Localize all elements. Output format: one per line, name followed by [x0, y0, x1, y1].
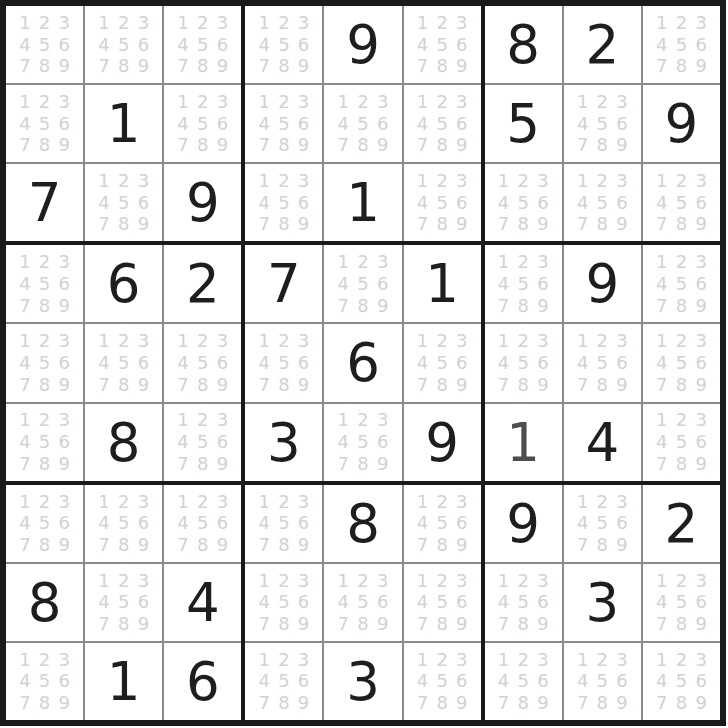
- pencil-mark-5: 5: [597, 115, 608, 133]
- pencil-mark-3: 3: [298, 651, 309, 669]
- pencil-mark-3: 3: [377, 411, 388, 429]
- sudoku-box-4: 1234567896212345678912345678912345678912…: [6, 245, 241, 480]
- pencil-mark-9: 9: [537, 215, 548, 233]
- pencil-mark-4: 4: [656, 36, 667, 54]
- pencil-mark-2: 2: [118, 332, 129, 350]
- pencil-mark-4: 4: [417, 672, 428, 690]
- pencil-mark-1: 1: [258, 93, 269, 111]
- pencil-marks: 123456789: [164, 85, 241, 162]
- given-digit: 5: [506, 97, 540, 150]
- pencil-mark-8: 8: [118, 57, 129, 75]
- cell-r9c6[interactable]: 123456789: [404, 643, 481, 720]
- cell-r4c6[interactable]: 1: [404, 245, 481, 322]
- pencil-mark-7: 7: [417, 215, 428, 233]
- pencil-mark-4: 4: [258, 593, 269, 611]
- pencil-mark-6: 6: [59, 433, 70, 451]
- cell-r9c8[interactable]: 123456789: [564, 643, 641, 720]
- cell-r9c9[interactable]: 123456789: [643, 643, 720, 720]
- pencil-mark-3: 3: [59, 493, 70, 511]
- pencil-mark-7: 7: [656, 215, 667, 233]
- pencil-mark-3: 3: [298, 332, 309, 350]
- pencil-mark-6: 6: [138, 36, 149, 54]
- pencil-marks: 123456789: [564, 643, 641, 720]
- cell-r1c6[interactable]: 123456789: [404, 6, 481, 83]
- cell-r6c7[interactable]: 1: [485, 404, 562, 481]
- pencil-mark-1: 1: [417, 651, 428, 669]
- pencil-mark-1: 1: [258, 493, 269, 511]
- pencil-mark-9: 9: [456, 136, 467, 154]
- pencil-mark-9: 9: [138, 215, 149, 233]
- cell-r3c1[interactable]: 7: [6, 164, 83, 241]
- pencil-mark-9: 9: [217, 57, 228, 75]
- cell-r3c7[interactable]: 123456789: [485, 164, 562, 241]
- cell-r1c5[interactable]: 9: [324, 6, 401, 83]
- pencil-mark-8: 8: [676, 615, 687, 633]
- cell-r1c9[interactable]: 123456789: [643, 6, 720, 83]
- cell-r8c7[interactable]: 123456789: [485, 564, 562, 641]
- pencil-mark-8: 8: [278, 615, 289, 633]
- pencil-marks: 123456789: [564, 485, 641, 562]
- pencil-mark-2: 2: [436, 651, 447, 669]
- pencil-mark-8: 8: [118, 215, 129, 233]
- pencil-mark-4: 4: [258, 36, 269, 54]
- pencil-mark-7: 7: [417, 694, 428, 712]
- pencil-mark-4: 4: [258, 514, 269, 532]
- pencil-mark-3: 3: [138, 14, 149, 32]
- pencil-mark-4: 4: [177, 514, 188, 532]
- pencil-mark-3: 3: [456, 14, 467, 32]
- pencil-mark-2: 2: [517, 332, 528, 350]
- cell-r3c3[interactable]: 9: [164, 164, 241, 241]
- cell-r5c1[interactable]: 123456789: [6, 324, 83, 401]
- pencil-mark-8: 8: [118, 536, 129, 554]
- pencil-mark-6: 6: [537, 275, 548, 293]
- pencil-mark-3: 3: [537, 572, 548, 590]
- cell-r2c6[interactable]: 123456789: [404, 85, 481, 162]
- pencil-mark-2: 2: [118, 493, 129, 511]
- pencil-mark-9: 9: [616, 694, 627, 712]
- pencil-mark-5: 5: [39, 115, 50, 133]
- pencil-mark-5: 5: [39, 514, 50, 532]
- pencil-mark-4: 4: [498, 672, 509, 690]
- sudoku-box-8: 1234567898123456789123456789123456789123…: [245, 485, 480, 720]
- cell-r6c4[interactable]: 3: [245, 404, 322, 481]
- pencil-mark-2: 2: [197, 332, 208, 350]
- pencil-mark-9: 9: [217, 536, 228, 554]
- pencil-mark-1: 1: [19, 651, 30, 669]
- pencil-mark-9: 9: [138, 615, 149, 633]
- pencil-marks: 123456789: [245, 85, 322, 162]
- given-digit: 6: [107, 257, 141, 310]
- cell-r8c9[interactable]: 123456789: [643, 564, 720, 641]
- pencil-mark-8: 8: [517, 694, 528, 712]
- pencil-mark-7: 7: [577, 536, 588, 554]
- pencil-mark-1: 1: [98, 493, 109, 511]
- pencil-mark-7: 7: [177, 376, 188, 394]
- cell-r9c3[interactable]: 6: [164, 643, 241, 720]
- pencil-mark-3: 3: [537, 172, 548, 190]
- pencil-mark-1: 1: [417, 493, 428, 511]
- pencil-mark-4: 4: [177, 36, 188, 54]
- pencil-mark-8: 8: [278, 694, 289, 712]
- cell-r2c7[interactable]: 5: [485, 85, 562, 162]
- pencil-mark-2: 2: [676, 253, 687, 271]
- pencil-marks: 123456789: [564, 85, 641, 162]
- cell-r9c7[interactable]: 123456789: [485, 643, 562, 720]
- pencil-marks: 123456789: [324, 564, 401, 641]
- pencil-mark-5: 5: [278, 672, 289, 690]
- sudoku-box-3: 8212345678951234567899123456789123456789…: [485, 6, 720, 241]
- pencil-mark-5: 5: [39, 36, 50, 54]
- pencil-marks: 123456789: [485, 164, 562, 241]
- pencil-mark-4: 4: [577, 194, 588, 212]
- cell-r8c4[interactable]: 123456789: [245, 564, 322, 641]
- cell-r6c2[interactable]: 8: [85, 404, 162, 481]
- pencil-mark-1: 1: [258, 172, 269, 190]
- pencil-mark-4: 4: [19, 354, 30, 372]
- pencil-mark-7: 7: [577, 694, 588, 712]
- pencil-mark-7: 7: [258, 57, 269, 75]
- pencil-mark-8: 8: [676, 57, 687, 75]
- pencil-marks: 123456789: [643, 6, 720, 83]
- pencil-marks: 123456789: [564, 164, 641, 241]
- pencil-mark-9: 9: [537, 615, 548, 633]
- cell-r5c9[interactable]: 123456789: [643, 324, 720, 401]
- pencil-mark-8: 8: [436, 215, 447, 233]
- pencil-mark-3: 3: [537, 332, 548, 350]
- given-digit: 8: [107, 416, 141, 469]
- pencil-mark-8: 8: [517, 615, 528, 633]
- pencil-mark-5: 5: [676, 36, 687, 54]
- cell-r2c3[interactable]: 123456789: [164, 85, 241, 162]
- pencil-mark-1: 1: [417, 172, 428, 190]
- pencil-mark-3: 3: [616, 172, 627, 190]
- cell-r7c6[interactable]: 123456789: [404, 485, 481, 562]
- pencil-marks: 123456789: [643, 564, 720, 641]
- cell-r6c9[interactable]: 123456789: [643, 404, 720, 481]
- cell-r5c3[interactable]: 123456789: [164, 324, 241, 401]
- cell-r5c4[interactable]: 123456789: [245, 324, 322, 401]
- pencil-mark-9: 9: [616, 215, 627, 233]
- cell-r5c2[interactable]: 123456789: [85, 324, 162, 401]
- pencil-mark-9: 9: [456, 57, 467, 75]
- cell-r3c9[interactable]: 123456789: [643, 164, 720, 241]
- pencil-mark-4: 4: [177, 354, 188, 372]
- pencil-mark-1: 1: [417, 572, 428, 590]
- pencil-mark-2: 2: [436, 14, 447, 32]
- pencil-mark-1: 1: [498, 651, 509, 669]
- pencil-mark-8: 8: [597, 694, 608, 712]
- cell-r2c1[interactable]: 123456789: [6, 85, 83, 162]
- pencil-mark-2: 2: [517, 651, 528, 669]
- cell-r5c8[interactable]: 123456789: [564, 324, 641, 401]
- pencil-mark-7: 7: [98, 536, 109, 554]
- cell-r3c2[interactable]: 123456789: [85, 164, 162, 241]
- pencil-mark-4: 4: [98, 514, 109, 532]
- pencil-mark-6: 6: [377, 433, 388, 451]
- pencil-mark-6: 6: [59, 36, 70, 54]
- pencil-mark-9: 9: [695, 376, 706, 394]
- pencil-mark-1: 1: [498, 172, 509, 190]
- cell-r2c8[interactable]: 123456789: [564, 85, 641, 162]
- pencil-mark-9: 9: [616, 536, 627, 554]
- cell-r8c6[interactable]: 123456789: [404, 564, 481, 641]
- pencil-mark-2: 2: [676, 572, 687, 590]
- cell-r7c5[interactable]: 8: [324, 485, 401, 562]
- cell-r6c6[interactable]: 9: [404, 404, 481, 481]
- cell-r9c2[interactable]: 1: [85, 643, 162, 720]
- cell-r7c2[interactable]: 123456789: [85, 485, 162, 562]
- pencil-mark-3: 3: [456, 651, 467, 669]
- pencil-mark-8: 8: [517, 376, 528, 394]
- cell-r2c4[interactable]: 123456789: [245, 85, 322, 162]
- pencil-mark-2: 2: [436, 93, 447, 111]
- pencil-mark-3: 3: [59, 14, 70, 32]
- pencil-mark-7: 7: [258, 215, 269, 233]
- given-digit: 3: [346, 655, 380, 708]
- cell-r7c4[interactable]: 123456789: [245, 485, 322, 562]
- pencil-mark-3: 3: [217, 93, 228, 111]
- pencil-mark-1: 1: [577, 651, 588, 669]
- cell-r1c7[interactable]: 8: [485, 6, 562, 83]
- cell-r4c2[interactable]: 6: [85, 245, 162, 322]
- cell-r5c5[interactable]: 6: [324, 324, 401, 401]
- pencil-mark-4: 4: [656, 593, 667, 611]
- pencil-mark-2: 2: [39, 253, 50, 271]
- pencil-marks: 123456789: [6, 485, 83, 562]
- pencil-mark-4: 4: [338, 275, 349, 293]
- pencil-mark-4: 4: [338, 115, 349, 133]
- pencil-marks: 123456789: [85, 485, 162, 562]
- cell-r6c5[interactable]: 123456789: [324, 404, 401, 481]
- pencil-mark-6: 6: [138, 593, 149, 611]
- pencil-mark-2: 2: [278, 172, 289, 190]
- cell-r3c5[interactable]: 1: [324, 164, 401, 241]
- cell-r4c4[interactable]: 7: [245, 245, 322, 322]
- pencil-mark-3: 3: [456, 332, 467, 350]
- pencil-mark-5: 5: [436, 115, 447, 133]
- cell-r8c2[interactable]: 123456789: [85, 564, 162, 641]
- pencil-mark-9: 9: [138, 376, 149, 394]
- pencil-mark-8: 8: [597, 136, 608, 154]
- cell-r8c3[interactable]: 4: [164, 564, 241, 641]
- cell-r7c3[interactable]: 123456789: [164, 485, 241, 562]
- given-digit: 7: [28, 176, 62, 229]
- pencil-mark-4: 4: [258, 115, 269, 133]
- pencil-mark-6: 6: [138, 354, 149, 372]
- cell-r4c8[interactable]: 9: [564, 245, 641, 322]
- pencil-mark-1: 1: [19, 93, 30, 111]
- pencil-mark-8: 8: [197, 376, 208, 394]
- cell-r7c1[interactable]: 123456789: [6, 485, 83, 562]
- pencil-mark-6: 6: [298, 36, 309, 54]
- pencil-mark-3: 3: [298, 572, 309, 590]
- cell-r1c4[interactable]: 123456789: [245, 6, 322, 83]
- pencil-mark-5: 5: [597, 672, 608, 690]
- pencil-mark-9: 9: [59, 455, 70, 473]
- pencil-mark-6: 6: [456, 36, 467, 54]
- pencil-mark-6: 6: [616, 115, 627, 133]
- pencil-mark-2: 2: [357, 572, 368, 590]
- cell-r4c1[interactable]: 123456789: [6, 245, 83, 322]
- pencil-mark-3: 3: [217, 14, 228, 32]
- pencil-mark-3: 3: [616, 493, 627, 511]
- pencil-mark-6: 6: [217, 115, 228, 133]
- given-digit: 2: [665, 497, 699, 550]
- cell-r7c9[interactable]: 2: [643, 485, 720, 562]
- cell-r5c7[interactable]: 123456789: [485, 324, 562, 401]
- pencil-mark-2: 2: [676, 14, 687, 32]
- pencil-mark-9: 9: [695, 297, 706, 315]
- cell-r9c4[interactable]: 123456789: [245, 643, 322, 720]
- pencil-mark-9: 9: [298, 376, 309, 394]
- pencil-mark-3: 3: [695, 253, 706, 271]
- cell-r1c2[interactable]: 123456789: [85, 6, 162, 83]
- pencil-marks: 123456789: [85, 164, 162, 241]
- pencil-mark-2: 2: [436, 332, 447, 350]
- pencil-mark-9: 9: [298, 57, 309, 75]
- pencil-mark-8: 8: [436, 615, 447, 633]
- pencil-mark-4: 4: [417, 354, 428, 372]
- cell-r4c9[interactable]: 123456789: [643, 245, 720, 322]
- pencil-mark-7: 7: [417, 615, 428, 633]
- pencil-mark-1: 1: [177, 14, 188, 32]
- pencil-mark-5: 5: [357, 593, 368, 611]
- pencil-mark-2: 2: [278, 572, 289, 590]
- pencil-mark-5: 5: [197, 354, 208, 372]
- pencil-mark-8: 8: [39, 376, 50, 394]
- pencil-mark-1: 1: [577, 493, 588, 511]
- cell-r3c6[interactable]: 123456789: [404, 164, 481, 241]
- pencil-mark-6: 6: [298, 514, 309, 532]
- pencil-mark-1: 1: [98, 172, 109, 190]
- cell-r5c6[interactable]: 123456789: [404, 324, 481, 401]
- pencil-mark-5: 5: [436, 36, 447, 54]
- pencil-mark-3: 3: [217, 332, 228, 350]
- pencil-mark-9: 9: [456, 615, 467, 633]
- cell-r2c2[interactable]: 1: [85, 85, 162, 162]
- pencil-mark-2: 2: [39, 14, 50, 32]
- cell-r1c3[interactable]: 123456789: [164, 6, 241, 83]
- cell-r2c9[interactable]: 9: [643, 85, 720, 162]
- pencil-mark-2: 2: [676, 172, 687, 190]
- pencil-mark-7: 7: [498, 694, 509, 712]
- pencil-marks: 123456789: [85, 324, 162, 401]
- pencil-mark-9: 9: [695, 694, 706, 712]
- pencil-marks: 123456789: [164, 6, 241, 83]
- pencil-mark-4: 4: [656, 672, 667, 690]
- pencil-mark-5: 5: [118, 593, 129, 611]
- pencil-mark-3: 3: [138, 493, 149, 511]
- given-digit: 4: [585, 416, 619, 469]
- sudoku-box-6: 1234567899123456789123456789123456789123…: [485, 245, 720, 480]
- pencil-mark-8: 8: [278, 536, 289, 554]
- pencil-mark-1: 1: [417, 14, 428, 32]
- cell-r9c5[interactable]: 3: [324, 643, 401, 720]
- pencil-mark-3: 3: [695, 14, 706, 32]
- cell-r3c8[interactable]: 123456789: [564, 164, 641, 241]
- cell-r1c8[interactable]: 2: [564, 6, 641, 83]
- pencil-marks: 123456789: [404, 643, 481, 720]
- pencil-mark-3: 3: [377, 93, 388, 111]
- pencil-mark-8: 8: [676, 455, 687, 473]
- cell-r4c3[interactable]: 2: [164, 245, 241, 322]
- pencil-mark-9: 9: [59, 57, 70, 75]
- pencil-mark-5: 5: [39, 672, 50, 690]
- pencil-mark-7: 7: [656, 615, 667, 633]
- pencil-mark-5: 5: [517, 194, 528, 212]
- pencil-mark-8: 8: [278, 136, 289, 154]
- pencil-mark-8: 8: [357, 297, 368, 315]
- cell-r8c5[interactable]: 123456789: [324, 564, 401, 641]
- pencil-mark-8: 8: [597, 376, 608, 394]
- pencil-mark-3: 3: [59, 253, 70, 271]
- pencil-marks: 123456789: [485, 245, 562, 322]
- pencil-mark-7: 7: [177, 57, 188, 75]
- pencil-mark-2: 2: [676, 651, 687, 669]
- pencil-mark-1: 1: [656, 253, 667, 271]
- pencil-mark-3: 3: [456, 493, 467, 511]
- pencil-mark-6: 6: [217, 433, 228, 451]
- pencil-mark-3: 3: [138, 172, 149, 190]
- pencil-mark-8: 8: [278, 215, 289, 233]
- given-digit: 1: [107, 655, 141, 708]
- cell-r2c5[interactable]: 123456789: [324, 85, 401, 162]
- cell-r6c8[interactable]: 4: [564, 404, 641, 481]
- pencil-mark-4: 4: [656, 433, 667, 451]
- pencil-marks: 123456789: [85, 6, 162, 83]
- cell-r7c8[interactable]: 123456789: [564, 485, 641, 562]
- pencil-mark-5: 5: [357, 433, 368, 451]
- cell-r8c8[interactable]: 3: [564, 564, 641, 641]
- pencil-marks: 123456789: [485, 564, 562, 641]
- pencil-mark-9: 9: [537, 376, 548, 394]
- pencil-mark-5: 5: [197, 36, 208, 54]
- pencil-mark-9: 9: [298, 694, 309, 712]
- pencil-mark-7: 7: [258, 376, 269, 394]
- cell-r6c1[interactable]: 123456789: [6, 404, 83, 481]
- cell-r8c1[interactable]: 8: [6, 564, 83, 641]
- cell-r4c5[interactable]: 123456789: [324, 245, 401, 322]
- pencil-mark-4: 4: [177, 433, 188, 451]
- pencil-marks: 123456789: [404, 485, 481, 562]
- cell-r4c7[interactable]: 123456789: [485, 245, 562, 322]
- pencil-mark-5: 5: [118, 194, 129, 212]
- pencil-marks: 123456789: [643, 643, 720, 720]
- cell-r3c4[interactable]: 123456789: [245, 164, 322, 241]
- pencil-mark-7: 7: [577, 215, 588, 233]
- sudoku-box-5: 7123456789112345678961234567893123456789…: [245, 245, 480, 480]
- pencil-mark-5: 5: [39, 354, 50, 372]
- given-digit: 9: [665, 97, 699, 150]
- pencil-mark-5: 5: [118, 514, 129, 532]
- pencil-mark-3: 3: [537, 253, 548, 271]
- pencil-mark-2: 2: [436, 493, 447, 511]
- pencil-mark-3: 3: [298, 493, 309, 511]
- sudoku-box-9: 9123456789212345678931234567891234567891…: [485, 485, 720, 720]
- pencil-mark-9: 9: [377, 136, 388, 154]
- pencil-mark-7: 7: [258, 536, 269, 554]
- pencil-mark-8: 8: [278, 376, 289, 394]
- cell-r6c3[interactable]: 123456789: [164, 404, 241, 481]
- cell-r1c1[interactable]: 123456789: [6, 6, 83, 83]
- cell-r9c1[interactable]: 123456789: [6, 643, 83, 720]
- cell-r7c7[interactable]: 9: [485, 485, 562, 562]
- pencil-mark-6: 6: [59, 275, 70, 293]
- pencil-mark-7: 7: [577, 136, 588, 154]
- pencil-mark-2: 2: [676, 332, 687, 350]
- pencil-mark-8: 8: [197, 57, 208, 75]
